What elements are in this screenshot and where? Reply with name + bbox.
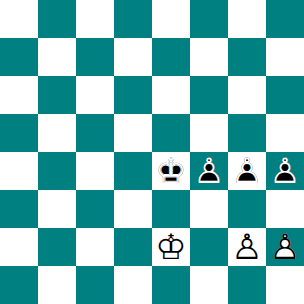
square-f4[interactable]: ♟♙: [190, 152, 228, 190]
square-a5[interactable]: [0, 114, 38, 152]
square-h2[interactable]: ♟♙: [266, 228, 304, 266]
square-g4[interactable]: ♟♙: [228, 152, 266, 190]
square-c6[interactable]: [76, 76, 114, 114]
square-a2[interactable]: [0, 228, 38, 266]
white-pawn[interactable]: ♟♙: [266, 228, 304, 266]
square-e5[interactable]: [152, 114, 190, 152]
square-f7[interactable]: [190, 38, 228, 76]
square-e7[interactable]: [152, 38, 190, 76]
square-c1[interactable]: [76, 266, 114, 304]
square-e8[interactable]: [152, 0, 190, 38]
square-b6[interactable]: [38, 76, 76, 114]
white-pawn-outline: ♙: [266, 228, 304, 266]
square-b4[interactable]: [38, 152, 76, 190]
square-g5[interactable]: [228, 114, 266, 152]
square-g8[interactable]: [228, 0, 266, 38]
square-e1[interactable]: [152, 266, 190, 304]
square-c5[interactable]: [76, 114, 114, 152]
square-d5[interactable]: [114, 114, 152, 152]
square-h1[interactable]: [266, 266, 304, 304]
square-g6[interactable]: [228, 76, 266, 114]
square-a1[interactable]: [0, 266, 38, 304]
square-b3[interactable]: [38, 190, 76, 228]
square-d4[interactable]: [114, 152, 152, 190]
square-d6[interactable]: [114, 76, 152, 114]
square-h3[interactable]: [266, 190, 304, 228]
black-king[interactable]: ♚♔: [152, 152, 190, 190]
square-a8[interactable]: [0, 0, 38, 38]
square-c8[interactable]: [76, 0, 114, 38]
square-f2[interactable]: [190, 228, 228, 266]
square-c7[interactable]: [76, 38, 114, 76]
square-e6[interactable]: [152, 76, 190, 114]
square-h8[interactable]: [266, 0, 304, 38]
square-b1[interactable]: [38, 266, 76, 304]
square-d3[interactable]: [114, 190, 152, 228]
black-pawn-outline: ♙: [190, 152, 228, 190]
square-a3[interactable]: [0, 190, 38, 228]
square-g7[interactable]: [228, 38, 266, 76]
square-g3[interactable]: [228, 190, 266, 228]
square-h6[interactable]: [266, 76, 304, 114]
square-f3[interactable]: [190, 190, 228, 228]
square-e2[interactable]: ♚♔: [152, 228, 190, 266]
black-pawn[interactable]: ♟♙: [228, 152, 266, 190]
square-a7[interactable]: [0, 38, 38, 76]
square-d2[interactable]: [114, 228, 152, 266]
square-f1[interactable]: [190, 266, 228, 304]
black-pawn-outline: ♙: [266, 152, 304, 190]
square-f6[interactable]: [190, 76, 228, 114]
square-b8[interactable]: [38, 0, 76, 38]
square-d7[interactable]: [114, 38, 152, 76]
square-c3[interactable]: [76, 190, 114, 228]
square-c2[interactable]: [76, 228, 114, 266]
black-pawn[interactable]: ♟♙: [266, 152, 304, 190]
white-pawn-outline: ♙: [228, 228, 266, 266]
square-h7[interactable]: [266, 38, 304, 76]
square-d8[interactable]: [114, 0, 152, 38]
square-f5[interactable]: [190, 114, 228, 152]
square-b5[interactable]: [38, 114, 76, 152]
black-king-outline: ♔: [152, 152, 190, 190]
square-g1[interactable]: [228, 266, 266, 304]
square-b2[interactable]: [38, 228, 76, 266]
white-king[interactable]: ♚♔: [152, 228, 190, 266]
square-g2[interactable]: ♟♙: [228, 228, 266, 266]
chess-board: ♚♔♟♙♟♙♟♙♚♔♟♙♟♙: [0, 0, 304, 304]
square-c4[interactable]: [76, 152, 114, 190]
white-king-outline: ♔: [152, 228, 190, 266]
black-pawn[interactable]: ♟♙: [190, 152, 228, 190]
square-d1[interactable]: [114, 266, 152, 304]
square-a4[interactable]: [0, 152, 38, 190]
square-h5[interactable]: [266, 114, 304, 152]
black-pawn-outline: ♙: [228, 152, 266, 190]
square-e4[interactable]: ♚♔: [152, 152, 190, 190]
square-b7[interactable]: [38, 38, 76, 76]
square-a6[interactable]: [0, 76, 38, 114]
square-h4[interactable]: ♟♙: [266, 152, 304, 190]
square-e3[interactable]: [152, 190, 190, 228]
white-pawn[interactable]: ♟♙: [228, 228, 266, 266]
square-f8[interactable]: [190, 0, 228, 38]
